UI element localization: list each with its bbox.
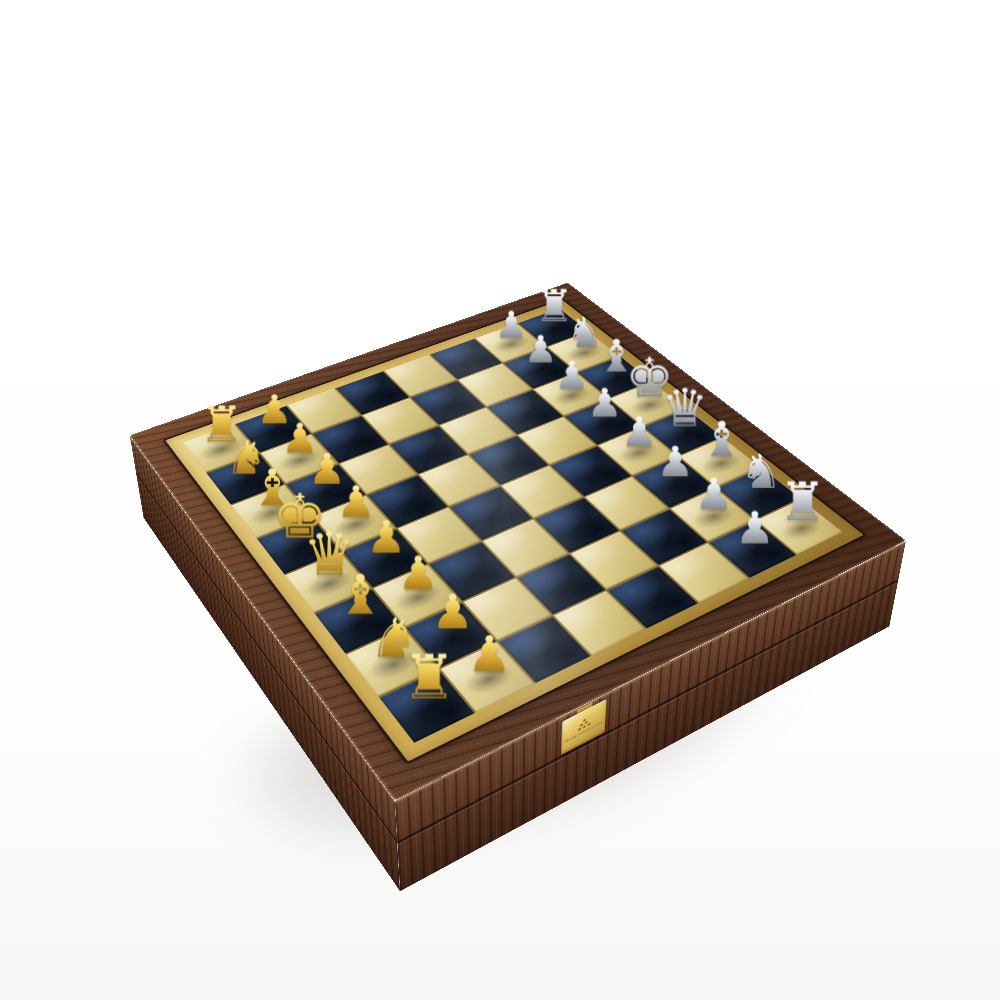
scene: ♜♟♟♜♞♟♟♞♝♟♟♝♚♟♟♚♛♟♟♛♝♟♟♝♞♟♟♞♜♟♟♜ MANOPOU… <box>0 0 1000 1000</box>
silver-rook[interactable]: ♜ <box>779 478 826 527</box>
silver-knight[interactable]: ♞ <box>740 450 783 494</box>
case-lid: ♜♟♟♜♞♟♟♞♝♟♟♝♚♟♟♚♛♟♟♛♝♟♟♝♞♟♟♞♜♟♟♜ <box>130 283 906 801</box>
silver-pawn[interactable]: ♟ <box>735 508 775 549</box>
chess-set-photo: ♜♟♟♜♞♟♟♞♝♟♟♝♚♟♟♚♛♟♟♛♝♟♟♝♞♟♟♞♜♟♟♜ MANOPOU… <box>0 0 1000 1000</box>
wooden-case: ♜♟♟♜♞♟♟♞♝♟♟♝♚♟♟♚♛♟♟♛♝♟♟♝♞♟♟♞♜♟♟♜ MANOPOU… <box>130 283 906 801</box>
silver-pawn[interactable]: ♟ <box>695 475 734 515</box>
gold-pawn[interactable]: ♟ <box>467 632 511 677</box>
gold-rook[interactable]: ♜ <box>401 650 456 706</box>
